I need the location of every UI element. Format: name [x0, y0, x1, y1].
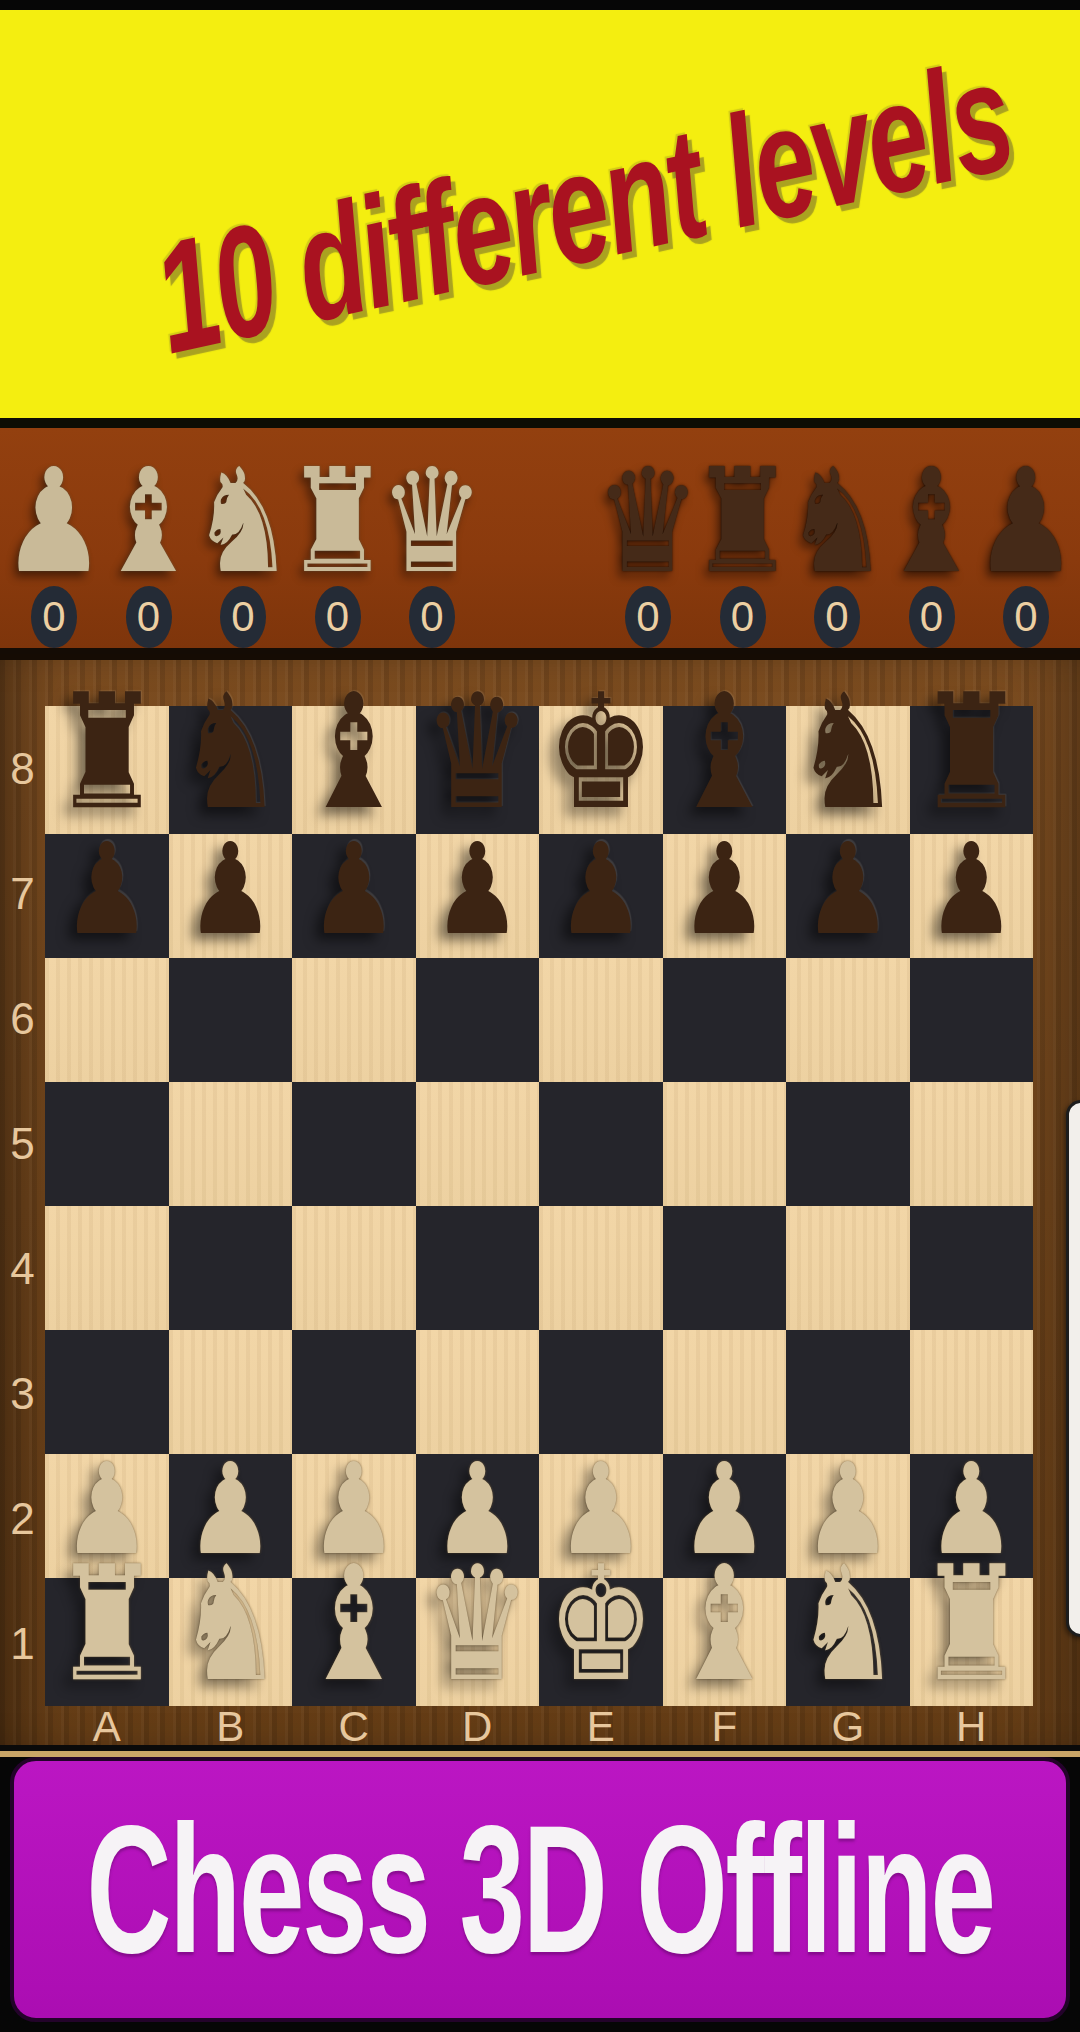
- white-bishop-icon: ♝: [96, 429, 202, 612]
- captured-count-badge: 0: [31, 586, 77, 648]
- rank-labels: 87654321: [0, 706, 45, 1706]
- piece-black-pawn-d7[interactable]: ♟: [432, 819, 522, 960]
- tray-slot-black-knight[interactable]: ♞0: [791, 462, 883, 648]
- piece-black-pawn-h7[interactable]: ♟: [926, 819, 1016, 960]
- piece-white-knight-g1[interactable]: ♞: [794, 1540, 902, 1709]
- square-e4[interactable]: [539, 1206, 663, 1330]
- square-a7[interactable]: ♟: [45, 834, 169, 958]
- piece-black-king-e8[interactable]: ♚: [547, 668, 655, 837]
- square-c5[interactable]: [292, 1082, 416, 1206]
- piece-black-knight-g8[interactable]: ♞: [794, 668, 902, 837]
- square-d1[interactable]: ♛: [416, 1578, 540, 1706]
- square-a5[interactable]: [45, 1082, 169, 1206]
- white-pawn-icon: ♟: [1, 429, 107, 612]
- tray-slot-white-rook[interactable]: ♜0: [292, 462, 384, 648]
- chess-board-frame: 87654321 ♜♞♝♛♚♝♞♜♟♟♟♟♟♟♟♟♟♟♟♟♟♟♟♟♜♞♝♛♚♝♞…: [0, 654, 1080, 1745]
- rank-label-8: 8: [0, 706, 45, 831]
- square-b7[interactable]: ♟: [169, 834, 293, 958]
- square-g7[interactable]: ♟: [786, 834, 910, 958]
- promo-headline: 10 different levels: [0, 11, 1080, 418]
- captured-black-group: ♛0♜0♞0♝0♟0: [602, 462, 1072, 648]
- app-title-text: Chess 3D Offline: [86, 1785, 993, 1993]
- square-h7[interactable]: ♟: [910, 834, 1034, 958]
- captured-pieces-tray: ♟0♝0♞0♜0♛0 ♛0♜0♞0♝0♟0: [0, 418, 1080, 654]
- tray-slot-black-pawn[interactable]: ♟0: [980, 462, 1072, 648]
- square-a4[interactable]: [45, 1206, 169, 1330]
- white-knight-icon: ♞: [190, 429, 296, 612]
- piece-black-pawn-f7[interactable]: ♟: [679, 819, 769, 960]
- square-e7[interactable]: ♟: [539, 834, 663, 958]
- tray-slot-black-bishop[interactable]: ♝0: [886, 462, 978, 648]
- piece-black-pawn-b7[interactable]: ♟: [185, 819, 275, 960]
- square-b1[interactable]: ♞: [169, 1578, 293, 1706]
- square-g5[interactable]: [786, 1082, 910, 1206]
- captured-count-badge: 0: [720, 586, 766, 648]
- square-h1[interactable]: ♜: [910, 1578, 1034, 1706]
- square-a6[interactable]: [45, 958, 169, 1082]
- captured-count-badge: 0: [126, 586, 172, 648]
- square-c4[interactable]: [292, 1206, 416, 1330]
- square-d7[interactable]: ♟: [416, 834, 540, 958]
- piece-white-rook-h1[interactable]: ♜: [917, 1540, 1025, 1709]
- piece-white-queen-d1[interactable]: ♛: [423, 1540, 531, 1709]
- piece-black-queen-d8[interactable]: ♛: [423, 668, 531, 837]
- piece-black-pawn-e7[interactable]: ♟: [556, 819, 646, 960]
- square-f4[interactable]: [663, 1206, 787, 1330]
- square-e1[interactable]: ♚: [539, 1578, 663, 1706]
- square-f7[interactable]: ♟: [663, 834, 787, 958]
- piece-white-rook-a1[interactable]: ♜: [53, 1540, 161, 1709]
- captured-count-badge: 0: [909, 586, 955, 648]
- captured-count-badge: 0: [814, 586, 860, 648]
- square-d5[interactable]: [416, 1082, 540, 1206]
- black-queen-icon: ♛: [595, 429, 701, 612]
- square-h5[interactable]: [910, 1082, 1034, 1206]
- piece-black-rook-h8[interactable]: ♜: [917, 668, 1025, 837]
- rank-label-7: 7: [0, 831, 45, 956]
- piece-black-rook-a8[interactable]: ♜: [53, 668, 161, 837]
- square-g1[interactable]: ♞: [786, 1578, 910, 1706]
- square-c1[interactable]: ♝: [292, 1578, 416, 1706]
- piece-black-pawn-c7[interactable]: ♟: [309, 819, 399, 960]
- square-h4[interactable]: [910, 1206, 1034, 1330]
- tray-slot-white-queen[interactable]: ♛0: [386, 462, 478, 648]
- piece-black-pawn-g7[interactable]: ♟: [803, 819, 893, 960]
- rank-label-1: 1: [0, 1581, 45, 1706]
- captured-count-badge: 0: [409, 586, 455, 648]
- piece-white-bishop-c1[interactable]: ♝: [300, 1540, 408, 1709]
- square-d6[interactable]: [416, 958, 540, 1082]
- piece-white-bishop-f1[interactable]: ♝: [670, 1540, 778, 1709]
- rank-label-2: 2: [0, 1456, 45, 1581]
- captured-count-badge: 0: [220, 586, 266, 648]
- tray-slot-white-bishop[interactable]: ♝0: [103, 462, 195, 648]
- square-a1[interactable]: ♜: [45, 1578, 169, 1706]
- square-b4[interactable]: [169, 1206, 293, 1330]
- captured-count-badge: 0: [315, 586, 361, 648]
- piece-white-knight-b1[interactable]: ♞: [176, 1540, 284, 1709]
- square-d4[interactable]: [416, 1206, 540, 1330]
- square-b5[interactable]: [169, 1082, 293, 1206]
- promo-headline-text: 10 different levels: [139, 24, 1027, 390]
- square-h6[interactable]: [910, 958, 1034, 1082]
- square-c7[interactable]: ♟: [292, 834, 416, 958]
- captured-count-badge: 0: [625, 586, 671, 648]
- rank-label-3: 3: [0, 1331, 45, 1456]
- piece-black-bishop-f8[interactable]: ♝: [670, 668, 778, 837]
- promo-banner-top: 10 different levels: [0, 10, 1080, 418]
- tray-slot-white-knight[interactable]: ♞0: [197, 462, 289, 648]
- tray-slot-white-pawn[interactable]: ♟0: [8, 462, 100, 648]
- square-b6[interactable]: [169, 958, 293, 1082]
- tray-slot-black-rook[interactable]: ♜0: [697, 462, 789, 648]
- piece-white-king-e1[interactable]: ♚: [547, 1540, 655, 1709]
- square-f1[interactable]: ♝: [663, 1578, 787, 1706]
- rank-label-6: 6: [0, 956, 45, 1081]
- white-queen-icon: ♛: [379, 429, 485, 612]
- square-f5[interactable]: [663, 1082, 787, 1206]
- square-g4[interactable]: [786, 1206, 910, 1330]
- square-f6[interactable]: [663, 958, 787, 1082]
- square-e6[interactable]: [539, 958, 663, 1082]
- white-rook-icon: ♜: [285, 429, 391, 612]
- status-bar: [0, 0, 1080, 10]
- captured-count-badge: 0: [1003, 586, 1049, 648]
- app-screen: 10 different levels ♟0♝0♞0♜0♛0 ♛0♜0♞0♝0♟…: [0, 0, 1080, 2032]
- square-e5[interactable]: [539, 1082, 663, 1206]
- black-bishop-icon: ♝: [879, 429, 985, 612]
- tray-slot-black-queen[interactable]: ♛0: [602, 462, 694, 648]
- black-knight-icon: ♞: [784, 429, 890, 612]
- piece-black-pawn-a7[interactable]: ♟: [62, 819, 152, 960]
- board-squares[interactable]: ♜♞♝♛♚♝♞♜♟♟♟♟♟♟♟♟♟♟♟♟♟♟♟♟♜♞♝♛♚♝♞♜: [45, 706, 1033, 1706]
- rank-label-5: 5: [0, 1081, 45, 1206]
- piece-black-bishop-c8[interactable]: ♝: [300, 668, 408, 837]
- app-title-banner: Chess 3D Offline: [10, 1757, 1070, 2022]
- square-c6[interactable]: [292, 958, 416, 1082]
- black-rook-icon: ♜: [690, 429, 796, 612]
- piece-black-knight-b8[interactable]: ♞: [176, 668, 284, 837]
- scrollbar-handle[interactable]: [1066, 1100, 1080, 1637]
- rank-label-4: 4: [0, 1206, 45, 1331]
- black-pawn-icon: ♟: [973, 429, 1079, 612]
- captured-white-group: ♟0♝0♞0♜0♛0: [8, 462, 478, 648]
- square-g6[interactable]: [786, 958, 910, 1082]
